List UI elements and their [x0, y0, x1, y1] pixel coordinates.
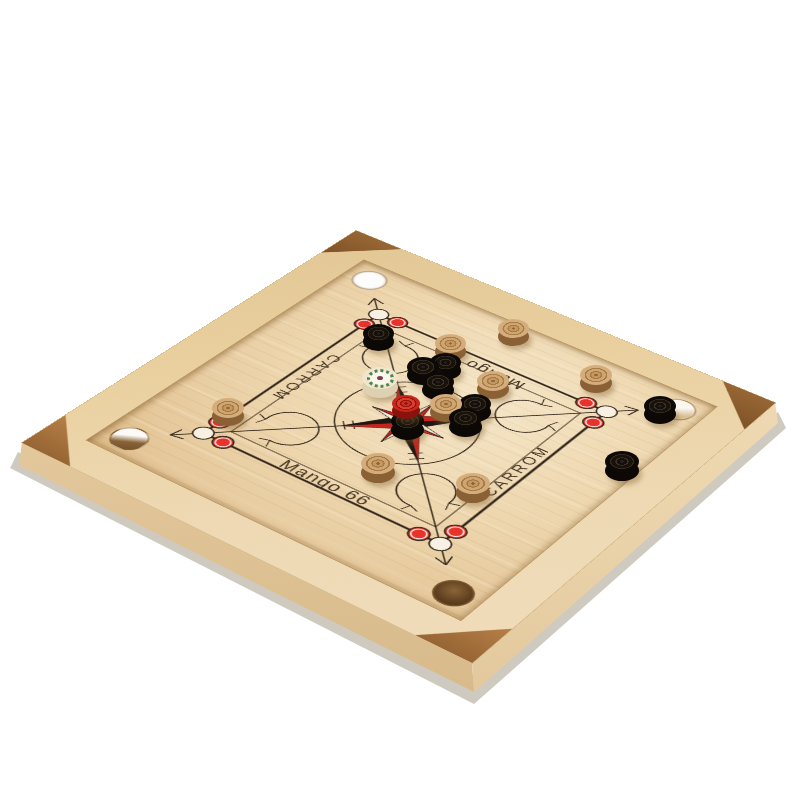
white-piece[interactable]	[212, 398, 244, 426]
black-piece[interactable]	[363, 324, 394, 351]
pieces-layer	[0, 0, 800, 800]
queen-piece[interactable]	[392, 395, 420, 419]
black-piece[interactable]	[449, 408, 482, 437]
white-piece[interactable]	[361, 453, 395, 483]
black-piece[interactable]	[605, 451, 639, 481]
striker-piece[interactable]	[362, 367, 398, 398]
white-piece[interactable]	[456, 473, 490, 503]
black-piece[interactable]	[644, 396, 676, 424]
white-piece[interactable]	[498, 319, 529, 346]
product-photo-stage: Mango 66 CARROM Mango 66 CARROM	[0, 0, 800, 800]
white-piece[interactable]	[580, 365, 612, 393]
